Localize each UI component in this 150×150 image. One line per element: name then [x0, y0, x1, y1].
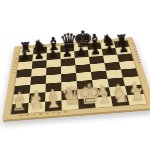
chessboard-frame: ·a·b·c·d·e·f·g·h· ·a·b·c·d·e·f·g·h· ·8·7…: [2, 37, 150, 120]
square-b4: [30, 75, 46, 84]
piece-black-rook: ♜: [114, 33, 129, 48]
square-g5: [104, 62, 120, 71]
square-d1: ♛: [62, 99, 79, 110]
square-c1: ♝: [45, 100, 62, 111]
scene: ·a·b·c·d·e·f·g·h· ·a·b·c·d·e·f·g·h· ·8·7…: [0, 0, 150, 150]
square-b1: ♞: [28, 102, 45, 113]
square-a2: ♟: [12, 94, 29, 105]
chess-set-photo: ·a·b·c·d·e·f·g·h· ·a·b·c·d·e·f·g·h· ·8·7…: [0, 0, 150, 150]
square-e1: ♚: [78, 98, 96, 109]
square-e5: [75, 64, 91, 73]
piece-black-rook: ♜: [18, 41, 33, 56]
square-f5: [90, 63, 106, 72]
square-a6: [17, 61, 32, 70]
board-squares: ♜♞♝♛♚♝♞♜♟♟♟♟♟♟♟♟♟♟♟♟♟♟♟♟♜♞♝♛♚♝♞♜: [11, 40, 147, 114]
square-h1: ♜: [127, 94, 146, 105]
piece-black-bishop: ♝: [87, 32, 102, 50]
piece-black-king: ♚: [73, 28, 88, 51]
square-f1: ♝: [94, 97, 112, 108]
square-h5: [119, 61, 136, 70]
square-e2: ♟: [77, 89, 94, 99]
square-c4: [46, 74, 61, 83]
square-e6: [75, 57, 90, 65]
square-a5: [16, 69, 32, 78]
square-f6: [89, 56, 105, 64]
square-a1: ♜: [11, 103, 29, 114]
